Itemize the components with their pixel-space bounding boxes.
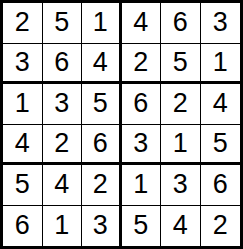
cell-r2c2[interactable]: 6 [43,44,83,85]
cell-r2c3[interactable]: 4 [82,44,122,85]
cell-r1c1[interactable]: 2 [3,3,43,44]
cell-r3c5[interactable]: 2 [161,84,201,125]
cell-r6c5[interactable]: 4 [161,206,201,247]
cell-r3c4[interactable]: 6 [122,84,162,125]
cell-r5c5[interactable]: 3 [161,165,201,206]
cell-r5c1[interactable]: 5 [3,165,43,206]
cell-r6c4[interactable]: 5 [122,206,162,247]
cell-r1c6[interactable]: 3 [201,3,241,44]
cell-r2c4[interactable]: 2 [122,44,162,85]
cell-r6c1[interactable]: 6 [3,206,43,247]
cell-r1c5[interactable]: 6 [161,3,201,44]
cell-r4c3[interactable]: 6 [82,125,122,166]
cell-r3c1[interactable]: 1 [3,84,43,125]
cell-r5c2[interactable]: 4 [43,165,83,206]
cell-r1c2[interactable]: 5 [43,3,83,44]
cell-r2c1[interactable]: 3 [3,44,43,85]
cell-r1c3[interactable]: 1 [82,3,122,44]
cell-r2c5[interactable]: 5 [161,44,201,85]
cell-r4c4[interactable]: 3 [122,125,162,166]
sudoku-board: 2 5 1 4 6 3 3 6 4 2 5 1 1 3 5 6 2 4 4 2 … [0,0,243,249]
cell-r6c3[interactable]: 3 [82,206,122,247]
cell-r3c3[interactable]: 5 [82,84,122,125]
cell-r4c2[interactable]: 2 [43,125,83,166]
cell-r4c6[interactable]: 5 [201,125,241,166]
cell-r1c4[interactable]: 4 [122,3,162,44]
cell-r2c6[interactable]: 1 [201,44,241,85]
cell-r3c2[interactable]: 3 [43,84,83,125]
cell-r5c6[interactable]: 6 [201,165,241,206]
cell-r4c1[interactable]: 4 [3,125,43,166]
cell-r6c2[interactable]: 1 [43,206,83,247]
cell-r5c4[interactable]: 1 [122,165,162,206]
cell-r6c6[interactable]: 2 [201,206,241,247]
cell-r5c3[interactable]: 2 [82,165,122,206]
cell-r3c6[interactable]: 4 [201,84,241,125]
cell-r4c5[interactable]: 1 [161,125,201,166]
